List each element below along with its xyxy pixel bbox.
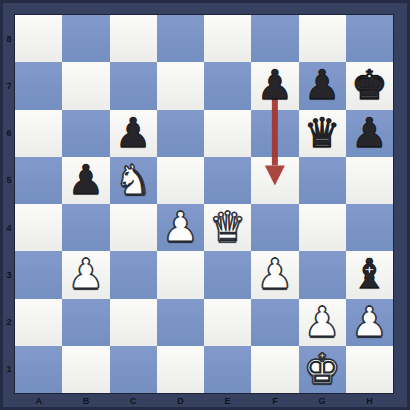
square-f6[interactable] (251, 110, 298, 157)
square-b1[interactable] (62, 346, 109, 393)
piece-black-king[interactable]: ♚ (346, 62, 393, 109)
piece-black-pawn[interactable]: ♟ (62, 157, 109, 204)
square-a6[interactable] (15, 110, 62, 157)
square-a7[interactable] (15, 62, 62, 109)
square-h7[interactable]: ♚ (346, 62, 393, 109)
file-labels: ABCDEFGH (15, 393, 393, 409)
square-c2[interactable] (110, 299, 157, 346)
file-label-g: G (299, 393, 346, 409)
square-e4[interactable]: ♛ (204, 204, 251, 251)
rank-labels: 87654321 (3, 15, 15, 393)
square-d8[interactable] (157, 15, 204, 62)
square-d6[interactable] (157, 110, 204, 157)
square-g3[interactable] (299, 251, 346, 298)
piece-white-pawn[interactable]: ♟ (157, 204, 204, 251)
square-h8[interactable] (346, 15, 393, 62)
square-g7[interactable]: ♟ (299, 62, 346, 109)
square-c8[interactable] (110, 15, 157, 62)
rank-label-6: 6 (3, 110, 15, 157)
file-label-f: F (251, 393, 298, 409)
square-e6[interactable] (204, 110, 251, 157)
square-e3[interactable] (204, 251, 251, 298)
square-e2[interactable] (204, 299, 251, 346)
square-f2[interactable] (251, 299, 298, 346)
square-a5[interactable] (15, 157, 62, 204)
piece-black-pawn[interactable]: ♟ (346, 110, 393, 157)
square-h2[interactable]: ♟ (346, 299, 393, 346)
square-h1[interactable] (346, 346, 393, 393)
square-g8[interactable] (299, 15, 346, 62)
piece-white-pawn[interactable]: ♟ (299, 299, 346, 346)
square-e7[interactable] (204, 62, 251, 109)
square-f1[interactable] (251, 346, 298, 393)
file-label-c: C (110, 393, 157, 409)
piece-white-pawn[interactable]: ♟ (62, 251, 109, 298)
square-h6[interactable]: ♟ (346, 110, 393, 157)
square-g1[interactable]: ♚ (299, 346, 346, 393)
square-f3[interactable]: ♟ (251, 251, 298, 298)
square-b2[interactable] (62, 299, 109, 346)
square-a1[interactable] (15, 346, 62, 393)
chessboard-window: 87654321 ♟♟♚♟♛♟♟♞♟♛♟♟♝♟♟♚ ABCDEFGH (0, 0, 410, 410)
square-a8[interactable] (15, 15, 62, 62)
square-d4[interactable]: ♟ (157, 204, 204, 251)
square-b6[interactable] (62, 110, 109, 157)
square-c7[interactable] (110, 62, 157, 109)
rank-label-4: 4 (3, 204, 15, 251)
square-h4[interactable] (346, 204, 393, 251)
rank-label-5: 5 (3, 157, 15, 204)
square-a2[interactable] (15, 299, 62, 346)
square-a3[interactable] (15, 251, 62, 298)
square-d2[interactable] (157, 299, 204, 346)
piece-white-queen[interactable]: ♛ (204, 204, 251, 251)
file-label-d: D (157, 393, 204, 409)
piece-black-pawn[interactable]: ♟ (110, 110, 157, 157)
square-e5[interactable] (204, 157, 251, 204)
square-c4[interactable] (110, 204, 157, 251)
piece-white-knight[interactable]: ♞ (110, 157, 157, 204)
rank-label-8: 8 (3, 15, 15, 62)
piece-black-pawn[interactable]: ♟ (299, 62, 346, 109)
square-d1[interactable] (157, 346, 204, 393)
square-c6[interactable]: ♟ (110, 110, 157, 157)
square-b3[interactable]: ♟ (62, 251, 109, 298)
piece-white-pawn[interactable]: ♟ (251, 251, 298, 298)
rank-label-2: 2 (3, 299, 15, 346)
square-d5[interactable] (157, 157, 204, 204)
rank-label-7: 7 (3, 62, 15, 109)
file-label-b: B (62, 393, 109, 409)
square-g2[interactable]: ♟ (299, 299, 346, 346)
square-d3[interactable] (157, 251, 204, 298)
square-g6[interactable]: ♛ (299, 110, 346, 157)
square-g5[interactable] (299, 157, 346, 204)
chess-board[interactable]: ♟♟♚♟♛♟♟♞♟♛♟♟♝♟♟♚ (15, 15, 393, 393)
square-f7[interactable]: ♟ (251, 62, 298, 109)
square-e8[interactable] (204, 15, 251, 62)
rank-label-3: 3 (3, 251, 15, 298)
piece-black-queen[interactable]: ♛ (299, 110, 346, 157)
square-e1[interactable] (204, 346, 251, 393)
file-label-e: E (204, 393, 251, 409)
file-label-h: H (346, 393, 393, 409)
piece-white-king[interactable]: ♚ (299, 346, 346, 393)
square-h3[interactable]: ♝ (346, 251, 393, 298)
piece-black-bishop[interactable]: ♝ (346, 251, 393, 298)
rank-label-1: 1 (3, 346, 15, 393)
square-f5[interactable] (251, 157, 298, 204)
file-label-a: A (15, 393, 62, 409)
square-d7[interactable] (157, 62, 204, 109)
square-b4[interactable] (62, 204, 109, 251)
square-f8[interactable] (251, 15, 298, 62)
square-c5[interactable]: ♞ (110, 157, 157, 204)
square-f4[interactable] (251, 204, 298, 251)
piece-black-pawn[interactable]: ♟ (251, 62, 298, 109)
square-g4[interactable] (299, 204, 346, 251)
piece-white-pawn[interactable]: ♟ (346, 299, 393, 346)
square-c3[interactable] (110, 251, 157, 298)
square-c1[interactable] (110, 346, 157, 393)
square-b7[interactable] (62, 62, 109, 109)
square-b8[interactable] (62, 15, 109, 62)
square-h5[interactable] (346, 157, 393, 204)
square-b5[interactable]: ♟ (62, 157, 109, 204)
square-a4[interactable] (15, 204, 62, 251)
